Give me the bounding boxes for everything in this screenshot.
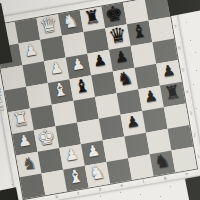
table-edge-top-right — [167, 0, 200, 16]
photo-grain — [0, 0, 1, 1]
photo-grain — [0, 0, 1, 1]
table-edge-bottom-left — [0, 187, 19, 200]
board-photo: US CHESS ♛♞♜♚♟♛♝♟♟♟♟♝♝♞♟♜♟♜♟♚♟♟♟♝♞♞ ♞ ab… — [0, 0, 200, 200]
chess-board: US CHESS ♛♞♜♚♟♛♝♟♟♟♟♝♝♞♟♜♟♜♟♚♟♟♟♝♞♞ ♞ ab… — [0, 0, 200, 200]
table-edge-bottom-right — [185, 174, 200, 200]
printed-knight-logo: ♞ — [18, 152, 41, 175]
